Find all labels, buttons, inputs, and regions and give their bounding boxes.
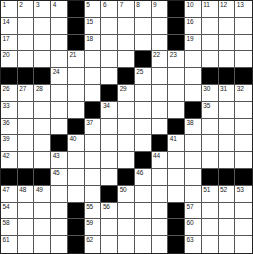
black-cell	[135, 51, 152, 68]
white-cell[interactable]	[101, 135, 118, 152]
white-cell[interactable]: 15	[85, 18, 102, 35]
white-cell[interactable]	[118, 135, 135, 152]
white-cell[interactable]	[235, 35, 252, 52]
white-cell[interactable]	[135, 85, 152, 102]
white-cell[interactable]	[101, 219, 118, 236]
white-cell[interactable]	[51, 119, 68, 136]
white-cell[interactable]	[18, 35, 35, 52]
clue-number: 25	[136, 68, 143, 76]
clue-number: 26	[3, 85, 10, 93]
white-cell[interactable]	[168, 186, 185, 203]
white-cell[interactable]: 51	[202, 186, 219, 203]
white-cell[interactable]: 36	[1, 119, 18, 136]
clue-number: 18	[86, 35, 93, 43]
white-cell[interactable]	[85, 169, 102, 186]
white-cell[interactable]: 45	[51, 169, 68, 186]
white-cell[interactable]	[202, 219, 219, 236]
clue-number: 61	[3, 236, 10, 244]
white-cell[interactable]: 14	[1, 18, 18, 35]
white-cell[interactable]	[219, 18, 236, 35]
white-cell[interactable]	[135, 219, 152, 236]
white-cell[interactable]	[85, 152, 102, 169]
white-cell[interactable]	[152, 186, 169, 203]
white-cell[interactable]: 24	[51, 68, 68, 85]
black-cell	[68, 203, 85, 220]
white-cell[interactable]	[135, 135, 152, 152]
white-cell[interactable]	[235, 219, 252, 236]
black-cell	[168, 18, 185, 35]
white-cell[interactable]	[202, 152, 219, 169]
white-cell[interactable]: 52	[219, 186, 236, 203]
black-cell	[1, 68, 18, 85]
white-cell[interactable]	[68, 102, 85, 119]
white-cell[interactable]	[152, 68, 169, 85]
white-cell[interactable]	[18, 203, 35, 220]
white-cell[interactable]	[68, 152, 85, 169]
clue-number: 8	[136, 1, 139, 9]
white-cell[interactable]	[51, 203, 68, 220]
white-cell[interactable]: 20	[1, 51, 18, 68]
white-cell[interactable]	[235, 119, 252, 136]
clue-number: 15	[86, 18, 93, 26]
white-cell[interactable]	[34, 102, 51, 119]
white-cell[interactable]	[152, 85, 169, 102]
clue-number: 12	[220, 1, 227, 9]
clue-number: 43	[53, 152, 60, 160]
white-cell[interactable]	[185, 51, 202, 68]
white-cell[interactable]	[152, 203, 169, 220]
clue-number: 13	[237, 1, 244, 9]
white-cell[interactable]	[68, 85, 85, 102]
clue-number: 48	[19, 186, 26, 194]
white-cell[interactable]	[68, 186, 85, 203]
white-cell[interactable]	[168, 169, 185, 186]
clue-number: 7	[120, 1, 123, 9]
white-cell[interactable]: 9	[152, 1, 169, 18]
white-cell[interactable]	[219, 203, 236, 220]
clue-number: 3	[36, 1, 39, 9]
clue-number: 57	[187, 203, 194, 211]
white-cell[interactable]: 21	[68, 51, 85, 68]
crossword-board: 1234567891011121314151617181920212223242…	[0, 0, 253, 254]
white-cell[interactable]	[118, 35, 135, 52]
white-cell[interactable]	[152, 119, 169, 136]
white-cell[interactable]: 53	[235, 186, 252, 203]
white-cell[interactable]	[235, 102, 252, 119]
white-cell[interactable]: 12	[219, 1, 236, 18]
white-cell[interactable]	[118, 203, 135, 220]
white-cell[interactable]	[51, 85, 68, 102]
clue-number: 55	[86, 203, 93, 211]
white-cell[interactable]	[34, 135, 51, 152]
white-cell[interactable]	[34, 51, 51, 68]
white-cell[interactable]: 43	[51, 152, 68, 169]
clue-number: 2	[19, 1, 22, 9]
white-cell[interactable]	[51, 236, 68, 253]
clue-number: 51	[203, 186, 210, 194]
clue-number: 10	[187, 1, 194, 9]
white-cell[interactable]	[51, 51, 68, 68]
clue-number: 54	[3, 203, 10, 211]
white-cell[interactable]: 23	[168, 51, 185, 68]
white-cell[interactable]	[219, 102, 236, 119]
white-cell[interactable]	[68, 68, 85, 85]
white-cell[interactable]	[118, 119, 135, 136]
black-cell	[235, 169, 252, 186]
white-cell[interactable]	[185, 169, 202, 186]
clue-number: 58	[3, 219, 10, 227]
white-cell[interactable]: 28	[34, 85, 51, 102]
clue-number: 20	[3, 51, 10, 59]
black-cell	[68, 119, 85, 136]
white-cell[interactable]: 17	[1, 35, 18, 52]
black-cell	[168, 219, 185, 236]
black-cell	[118, 169, 135, 186]
white-cell[interactable]	[185, 135, 202, 152]
white-cell[interactable]: 13	[235, 1, 252, 18]
black-cell	[135, 152, 152, 169]
clue-number: 27	[19, 85, 26, 93]
white-cell[interactable]	[118, 219, 135, 236]
clue-number: 41	[170, 135, 177, 143]
white-cell[interactable]	[235, 236, 252, 253]
white-cell[interactable]	[152, 236, 169, 253]
clue-number: 59	[86, 219, 93, 227]
white-cell[interactable]	[135, 236, 152, 253]
white-cell[interactable]	[34, 18, 51, 35]
white-cell[interactable]	[185, 186, 202, 203]
black-cell	[202, 169, 219, 186]
clue-number: 29	[120, 85, 127, 93]
white-cell[interactable]	[202, 119, 219, 136]
white-cell[interactable]	[219, 236, 236, 253]
white-cell[interactable]	[202, 51, 219, 68]
black-cell	[185, 102, 202, 119]
clue-number: 40	[69, 135, 76, 143]
clue-number: 50	[120, 186, 127, 194]
white-cell[interactable]	[135, 102, 152, 119]
white-cell[interactable]: 62	[85, 236, 102, 253]
clue-number: 32	[237, 85, 244, 93]
clue-number: 49	[36, 186, 43, 194]
clue-number: 6	[103, 1, 106, 9]
white-cell[interactable]: 58	[1, 219, 18, 236]
clue-number: 11	[203, 1, 209, 9]
black-cell	[68, 18, 85, 35]
white-cell[interactable]	[152, 219, 169, 236]
clue-number: 16	[187, 18, 194, 26]
black-cell	[34, 68, 51, 85]
white-cell[interactable]	[235, 18, 252, 35]
white-cell[interactable]: 33	[1, 102, 18, 119]
white-cell[interactable]	[34, 119, 51, 136]
white-cell[interactable]: 56	[101, 203, 118, 220]
clue-number: 33	[3, 102, 10, 110]
white-cell[interactable]: 31	[219, 85, 236, 102]
black-cell	[68, 1, 85, 18]
white-cell[interactable]	[101, 236, 118, 253]
clue-number: 45	[53, 169, 60, 177]
white-cell[interactable]: 19	[185, 35, 202, 52]
clue-number: 9	[153, 1, 156, 9]
white-cell[interactable]	[235, 203, 252, 220]
white-cell[interactable]: 63	[185, 236, 202, 253]
white-cell[interactable]: 34	[101, 102, 118, 119]
clue-number: 56	[103, 203, 110, 211]
white-cell[interactable]: 61	[1, 236, 18, 253]
clue-number: 37	[86, 119, 93, 127]
black-cell	[202, 68, 219, 85]
white-cell[interactable]	[219, 219, 236, 236]
white-cell[interactable]	[51, 35, 68, 52]
black-cell	[235, 68, 252, 85]
clue-number: 42	[3, 152, 10, 160]
white-cell[interactable]: 57	[185, 203, 202, 220]
clue-number: 62	[86, 236, 93, 244]
black-cell	[168, 35, 185, 52]
clue-number: 39	[3, 135, 10, 143]
white-cell[interactable]: 59	[85, 219, 102, 236]
clue-number: 46	[136, 169, 143, 177]
white-cell[interactable]: 30	[202, 85, 219, 102]
clue-number: 38	[187, 119, 194, 127]
white-cell[interactable]: 18	[85, 35, 102, 52]
white-cell[interactable]: 40	[68, 135, 85, 152]
white-cell[interactable]: 16	[185, 18, 202, 35]
white-cell[interactable]	[235, 135, 252, 152]
white-cell[interactable]	[18, 18, 35, 35]
white-cell[interactable]: 4	[51, 1, 68, 18]
white-cell[interactable]: 55	[85, 203, 102, 220]
white-cell[interactable]	[219, 135, 236, 152]
white-cell[interactable]	[18, 51, 35, 68]
white-cell[interactable]	[18, 152, 35, 169]
clue-number: 22	[153, 51, 160, 59]
white-cell[interactable]: 38	[185, 119, 202, 136]
white-cell[interactable]	[85, 186, 102, 203]
black-cell	[101, 186, 118, 203]
clue-number: 5	[86, 1, 89, 9]
white-cell[interactable]: 22	[152, 51, 169, 68]
white-cell[interactable]: 42	[1, 152, 18, 169]
white-cell[interactable]	[18, 236, 35, 253]
white-cell[interactable]	[101, 152, 118, 169]
white-cell[interactable]	[202, 18, 219, 35]
white-cell[interactable]	[51, 18, 68, 35]
clue-number: 23	[170, 51, 177, 59]
clue-number: 53	[237, 186, 244, 194]
white-cell[interactable]	[101, 169, 118, 186]
clue-number: 1	[3, 1, 6, 9]
white-cell[interactable]	[101, 35, 118, 52]
clue-number: 24	[53, 68, 60, 76]
white-cell[interactable]	[152, 18, 169, 35]
white-cell[interactable]	[168, 85, 185, 102]
white-cell[interactable]: 8	[135, 1, 152, 18]
black-cell	[68, 219, 85, 236]
black-cell	[18, 169, 35, 186]
white-cell[interactable]	[202, 135, 219, 152]
white-cell[interactable]	[85, 135, 102, 152]
clue-number: 52	[220, 186, 227, 194]
white-cell[interactable]	[85, 51, 102, 68]
clue-number: 60	[187, 219, 194, 227]
black-cell	[219, 68, 236, 85]
black-cell	[168, 1, 185, 18]
white-cell[interactable]: 46	[135, 169, 152, 186]
white-cell[interactable]	[34, 236, 51, 253]
clue-number: 28	[36, 85, 43, 93]
white-cell[interactable]	[202, 203, 219, 220]
white-cell[interactable]	[34, 35, 51, 52]
white-cell[interactable]: 2	[18, 1, 35, 18]
white-cell[interactable]: 27	[18, 85, 35, 102]
white-cell[interactable]	[34, 219, 51, 236]
white-cell[interactable]	[101, 119, 118, 136]
clue-number: 36	[3, 119, 10, 127]
white-cell[interactable]	[101, 51, 118, 68]
clue-number: 4	[53, 1, 56, 9]
white-cell[interactable]: 47	[1, 186, 18, 203]
white-cell[interactable]	[202, 35, 219, 52]
white-cell[interactable]	[51, 102, 68, 119]
white-cell[interactable]	[219, 35, 236, 52]
white-cell[interactable]	[101, 18, 118, 35]
white-cell[interactable]: 37	[85, 119, 102, 136]
clue-number: 30	[203, 85, 210, 93]
white-cell[interactable]	[135, 119, 152, 136]
white-cell[interactable]	[135, 186, 152, 203]
white-cell[interactable]	[18, 119, 35, 136]
white-cell[interactable]	[51, 186, 68, 203]
white-cell[interactable]: 32	[235, 85, 252, 102]
clue-number: 21	[69, 51, 76, 59]
black-cell	[101, 85, 118, 102]
black-cell	[68, 35, 85, 52]
white-cell[interactable]	[118, 152, 135, 169]
white-cell[interactable]: 29	[118, 85, 135, 102]
white-cell[interactable]	[85, 68, 102, 85]
white-cell[interactable]	[68, 169, 85, 186]
black-cell	[85, 102, 102, 119]
clue-number: 44	[153, 152, 160, 160]
white-cell[interactable]: 26	[1, 85, 18, 102]
white-cell[interactable]	[168, 152, 185, 169]
black-cell	[118, 68, 135, 85]
white-cell[interactable]	[168, 68, 185, 85]
white-cell[interactable]	[219, 152, 236, 169]
white-cell[interactable]	[152, 169, 169, 186]
black-cell	[168, 203, 185, 220]
white-cell[interactable]	[18, 102, 35, 119]
white-cell[interactable]	[135, 203, 152, 220]
white-cell[interactable]: 1	[1, 1, 18, 18]
clue-number: 63	[187, 236, 194, 244]
black-cell	[68, 236, 85, 253]
white-cell[interactable]	[118, 51, 135, 68]
white-cell[interactable]: 11	[202, 1, 219, 18]
clue-number: 34	[103, 102, 110, 110]
white-cell[interactable]: 48	[18, 186, 35, 203]
white-cell[interactable]	[185, 68, 202, 85]
black-cell	[1, 169, 18, 186]
white-cell[interactable]	[118, 18, 135, 35]
white-cell[interactable]: 5	[85, 1, 102, 18]
clue-number: 17	[3, 35, 10, 43]
white-cell[interactable]: 25	[135, 68, 152, 85]
white-cell[interactable]	[152, 35, 169, 52]
white-cell[interactable]	[219, 119, 236, 136]
clue-number: 47	[3, 186, 10, 194]
white-cell[interactable]	[118, 236, 135, 253]
white-cell[interactable]	[202, 236, 219, 253]
black-cell	[18, 68, 35, 85]
white-cell[interactable]: 44	[152, 152, 169, 169]
white-cell[interactable]: 10	[185, 1, 202, 18]
white-cell[interactable]: 6	[101, 1, 118, 18]
white-cell[interactable]	[235, 51, 252, 68]
white-cell[interactable]	[185, 85, 202, 102]
white-cell[interactable]	[18, 135, 35, 152]
white-cell[interactable]: 49	[34, 186, 51, 203]
clue-number: 35	[203, 102, 210, 110]
white-cell[interactable]: 60	[185, 219, 202, 236]
clue-number: 31	[220, 85, 227, 93]
white-cell[interactable]	[101, 68, 118, 85]
white-cell[interactable]	[34, 203, 51, 220]
clue-number: 14	[3, 18, 10, 26]
white-cell[interactable]	[118, 102, 135, 119]
white-cell[interactable]	[152, 102, 169, 119]
white-cell[interactable]	[235, 152, 252, 169]
white-cell[interactable]	[185, 152, 202, 169]
black-cell	[219, 169, 236, 186]
black-cell	[51, 135, 68, 152]
white-cell[interactable]: 54	[1, 203, 18, 220]
black-cell	[34, 169, 51, 186]
white-cell[interactable]: 7	[118, 1, 135, 18]
white-cell[interactable]	[168, 102, 185, 119]
clue-number: 19	[187, 35, 194, 43]
white-cell[interactable]	[34, 152, 51, 169]
white-cell[interactable]	[51, 219, 68, 236]
white-cell[interactable]: 41	[168, 135, 185, 152]
white-cell[interactable]: 35	[202, 102, 219, 119]
black-cell	[168, 119, 185, 136]
black-cell	[168, 236, 185, 253]
white-cell[interactable]: 39	[1, 135, 18, 152]
white-cell[interactable]: 50	[118, 186, 135, 203]
white-cell[interactable]	[135, 35, 152, 52]
white-cell[interactable]	[135, 18, 152, 35]
white-cell[interactable]	[85, 85, 102, 102]
white-cell[interactable]: 3	[34, 1, 51, 18]
black-cell	[152, 135, 169, 152]
white-cell[interactable]	[18, 219, 35, 236]
white-cell[interactable]	[219, 51, 236, 68]
